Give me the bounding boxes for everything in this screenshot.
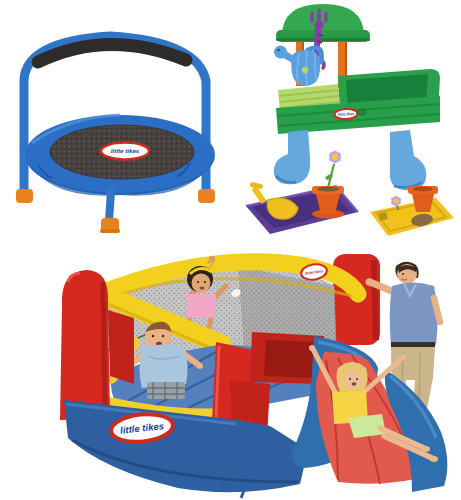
man-shirt (390, 283, 438, 346)
flower-icon (327, 150, 342, 163)
man-belt (391, 342, 435, 347)
toy-collage: little tikes (0, 0, 461, 500)
trampoline-foot-left (16, 189, 33, 203)
garden-table-illustration: little tikes (232, 0, 461, 248)
garden-leg-right (390, 130, 426, 190)
bounce-house-illustration: little tikes (8, 252, 461, 500)
garden-table-product-image: little tikes (232, 0, 461, 248)
bounce-house-product-image: little tikes (8, 252, 461, 500)
garden-logo: little tikes (334, 108, 357, 119)
trampoline-product-image: little tikes (8, 5, 218, 240)
garden-leg-left (274, 130, 310, 184)
trampoline-front-leg (109, 191, 111, 221)
trampoline-foot-right (198, 189, 215, 203)
trampoline-logo-text: little tikes (111, 147, 140, 154)
boy-shirt (140, 345, 188, 389)
bouncer-wall-left (108, 310, 134, 384)
trampoline-grip (38, 44, 186, 62)
girl-jumping-shirt (186, 294, 216, 318)
trampoline-logo: little tikes (101, 143, 149, 160)
bouncer-base: little tikes (64, 400, 308, 498)
trampoline-illustration: little tikes (8, 5, 218, 240)
